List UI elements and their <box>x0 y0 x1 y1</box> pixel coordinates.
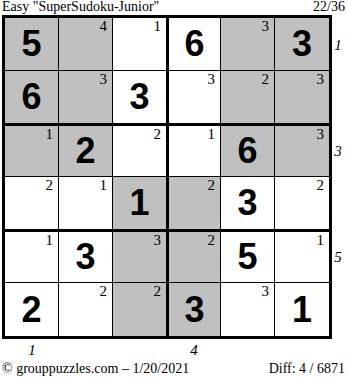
corner-clue: 2 <box>154 284 162 299</box>
corner-clue: 2 <box>208 233 216 248</box>
cell-r1c1[interactable]: 5 <box>5 18 59 71</box>
cell-r5c6[interactable]: 1 <box>275 230 329 283</box>
cell-r3c4[interactable]: 1 <box>167 124 221 177</box>
corner-clue: 3 <box>317 72 325 87</box>
cell-r1c5[interactable]: 3 <box>221 18 275 71</box>
cell-r5c5[interactable]: 5 <box>221 230 275 283</box>
cell-r5c4[interactable]: 2 <box>167 230 221 283</box>
corner-clue: 3 <box>100 72 108 87</box>
corner-clue: 1 <box>317 233 325 248</box>
cell-r2c6[interactable]: 3 <box>275 71 329 124</box>
cell-r1c2[interactable]: 4 <box>59 18 113 71</box>
corner-clue: 1 <box>46 127 54 142</box>
cell-r3c5[interactable]: 6 <box>221 124 275 177</box>
corner-clue: 2 <box>317 178 325 193</box>
cell-r2c4[interactable]: 3 <box>167 71 221 124</box>
cell-r3c6[interactable]: 3 <box>275 124 329 177</box>
corner-clue: 2 <box>100 284 108 299</box>
corner-clue: 1 <box>46 233 54 248</box>
corner-clue: 3 <box>154 233 162 248</box>
col-label-4: 4 <box>190 343 198 358</box>
cell-r2c2[interactable]: 3 <box>59 71 113 124</box>
col-label-1: 1 <box>28 343 36 358</box>
page-title: Easy "SuperSudoku-Junior" <box>2 0 159 14</box>
given-digit: 3 <box>292 26 312 62</box>
cell-r1c4[interactable]: 6 <box>167 18 221 71</box>
corner-clue: 1 <box>154 19 162 34</box>
corner-clue: 3 <box>262 19 270 34</box>
corner-clue: 2 <box>262 72 270 87</box>
corner-clue: 2 <box>154 127 162 142</box>
cell-r6c6[interactable]: 1 <box>275 283 329 336</box>
cell-r5c1[interactable]: 1 <box>5 230 59 283</box>
corner-clue: 3 <box>262 284 270 299</box>
copyright-text: © grouppuzzles.com – 1/20/2021 <box>2 361 189 377</box>
row-label-5: 5 <box>334 249 342 264</box>
corner-clue: 2 <box>46 178 54 193</box>
header: Easy "SuperSudoku-Junior" 22/36 <box>2 0 345 14</box>
puzzle-counter: 22/36 <box>313 0 345 14</box>
cell-r3c3[interactable]: 2 <box>113 124 167 177</box>
sudoku-board: 541633633323122163211232133251222331 <box>2 15 332 339</box>
cell-r2c1[interactable]: 6 <box>5 71 59 124</box>
cell-r4c5[interactable]: 3 <box>221 177 275 230</box>
cell-r4c3[interactable]: 1 <box>113 177 167 230</box>
cell-r6c3[interactable]: 2 <box>113 283 167 336</box>
given-digit: 5 <box>21 26 41 62</box>
cell-r3c2[interactable]: 2 <box>59 124 113 177</box>
cell-r6c5[interactable]: 3 <box>221 283 275 336</box>
given-digit: 6 <box>237 133 257 169</box>
cell-r3c1[interactable]: 1 <box>5 124 59 177</box>
cell-r4c6[interactable]: 2 <box>275 177 329 230</box>
given-digit: 6 <box>184 26 204 62</box>
given-digit: 1 <box>129 185 149 221</box>
cell-r6c2[interactable]: 2 <box>59 283 113 336</box>
cell-r5c3[interactable]: 3 <box>113 230 167 283</box>
cell-r1c3[interactable]: 1 <box>113 18 167 71</box>
corner-clue: 1 <box>208 127 216 142</box>
cell-r5c2[interactable]: 3 <box>59 230 113 283</box>
footer: © grouppuzzles.com – 1/20/2021 Diff: 4 /… <box>2 361 345 377</box>
given-digit: 6 <box>21 79 41 115</box>
corner-clue: 4 <box>100 19 108 34</box>
corner-clue: 1 <box>100 178 108 193</box>
cell-r2c3[interactable]: 3 <box>113 71 167 124</box>
given-digit: 3 <box>129 79 149 115</box>
given-digit: 2 <box>21 292 41 328</box>
cell-r2c5[interactable]: 2 <box>221 71 275 124</box>
difficulty-text: Diff: 4 / 6871 <box>269 361 345 377</box>
corner-clue: 3 <box>208 72 216 87</box>
given-digit: 5 <box>237 239 257 275</box>
given-digit: 3 <box>184 292 204 328</box>
cell-r4c1[interactable]: 2 <box>5 177 59 230</box>
row-label-3: 3 <box>334 143 342 158</box>
cell-r4c4[interactable]: 2 <box>167 177 221 230</box>
corner-clue: 3 <box>317 127 325 142</box>
given-digit: 1 <box>292 292 312 328</box>
given-digit: 2 <box>75 133 95 169</box>
corner-clue: 2 <box>208 178 216 193</box>
row-label-1: 1 <box>334 37 342 52</box>
cell-r1c6[interactable]: 3 <box>275 18 329 71</box>
given-digit: 3 <box>75 239 95 275</box>
cell-r6c4[interactable]: 3 <box>167 283 221 336</box>
cell-r6c1[interactable]: 2 <box>5 283 59 336</box>
cell-r4c2[interactable]: 1 <box>59 177 113 230</box>
given-digit: 3 <box>237 185 257 221</box>
